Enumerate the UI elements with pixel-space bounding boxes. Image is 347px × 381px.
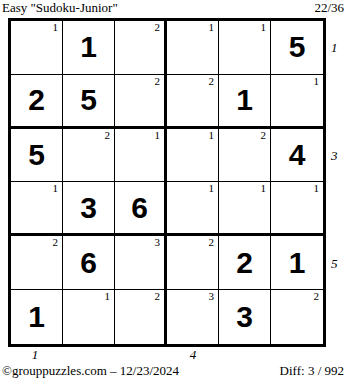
cell-value: 6 — [115, 182, 164, 233]
cell-r2c2[interactable]: 5 — [63, 75, 115, 129]
cell-r5c2[interactable]: 6 — [63, 236, 115, 290]
cell-r5c1[interactable]: 2 — [11, 236, 63, 290]
cell-value: 3 — [63, 182, 114, 233]
cell-r1c1[interactable]: 1 — [11, 21, 63, 75]
pencil-mark: 1 — [261, 182, 267, 194]
cell-value: 6 — [63, 236, 114, 289]
pencil-mark: 1 — [261, 21, 267, 33]
pencil-mark: 1 — [209, 129, 215, 141]
puzzle-counter: 22/36 — [314, 0, 344, 16]
pencil-mark: 3 — [209, 290, 215, 302]
cell-r3c2[interactable]: 2 — [63, 129, 115, 183]
cell-r6c5[interactable]: 3 — [219, 290, 271, 344]
cell-r5c6[interactable]: 1 — [271, 236, 323, 290]
pencil-mark: 2 — [209, 75, 215, 87]
difficulty-rating: Diff: 3 / 992 — [280, 363, 344, 379]
pencil-mark: 1 — [105, 290, 111, 302]
cell-r2c4[interactable]: 2 — [167, 75, 219, 129]
cell-r1c6[interactable]: 5 — [271, 21, 323, 75]
cell-value: 1 — [11, 290, 62, 344]
pencil-mark: 1 — [53, 182, 59, 194]
cell-r3c1[interactable]: 5 — [11, 129, 63, 183]
cell-r1c2[interactable]: 1 — [63, 21, 115, 75]
cell-value: 5 — [271, 21, 323, 74]
cell-r6c2[interactable]: 1 — [63, 290, 115, 344]
cell-r6c6[interactable]: 2 — [271, 290, 323, 344]
board: 112115252211521124136111263221112332 — [8, 18, 326, 347]
cell-value: 2 — [11, 75, 62, 126]
cell-r1c3[interactable]: 2 — [115, 21, 167, 75]
cell-value: 1 — [63, 21, 114, 74]
cell-r4c6[interactable]: 1 — [271, 182, 323, 236]
cell-r2c6[interactable]: 1 — [271, 75, 323, 129]
copyright-date: ©grouppuzzles.com – 12/23/2024 — [2, 363, 179, 379]
cell-r5c5[interactable]: 2 — [219, 236, 271, 290]
pencil-mark: 1 — [155, 129, 161, 141]
pencil-mark: 1 — [53, 21, 59, 33]
pencil-mark: 2 — [155, 290, 161, 302]
cell-value: 3 — [219, 290, 270, 344]
puzzle-title: Easy "Sudoku-Junior" — [2, 0, 118, 16]
pencil-mark: 2 — [314, 290, 320, 302]
cell-r3c5[interactable]: 2 — [219, 129, 271, 183]
cell-r6c3[interactable]: 2 — [115, 290, 167, 344]
cell-r3c6[interactable]: 4 — [271, 129, 323, 183]
cell-r2c1[interactable]: 2 — [11, 75, 63, 129]
pencil-mark: 2 — [105, 129, 111, 141]
cell-r4c3[interactable]: 6 — [115, 182, 167, 236]
row-label-3: 3 — [331, 148, 347, 162]
cell-r2c5[interactable]: 1 — [219, 75, 271, 129]
pencil-mark: 1 — [314, 182, 320, 194]
pencil-mark: 1 — [314, 75, 320, 87]
cell-value: 5 — [11, 129, 62, 182]
cell-value: 5 — [63, 75, 114, 126]
pencil-mark: 1 — [209, 182, 215, 194]
pencil-mark: 1 — [209, 21, 215, 33]
cell-r6c1[interactable]: 1 — [11, 290, 63, 344]
pencil-mark: 2 — [53, 236, 59, 248]
cell-r4c4[interactable]: 1 — [167, 182, 219, 236]
pencil-mark: 2 — [155, 21, 161, 33]
cell-r2c3[interactable]: 2 — [115, 75, 167, 129]
pencil-mark: 2 — [155, 75, 161, 87]
cell-r6c4[interactable]: 3 — [167, 290, 219, 344]
cell-r3c4[interactable]: 1 — [167, 129, 219, 183]
cell-value: 1 — [271, 236, 323, 289]
cell-value: 1 — [219, 75, 270, 126]
row-label-1: 1 — [331, 40, 347, 54]
cell-r4c2[interactable]: 3 — [63, 182, 115, 236]
cell-r1c4[interactable]: 1 — [167, 21, 219, 75]
pencil-mark: 2 — [261, 129, 267, 141]
cell-r3c3[interactable]: 1 — [115, 129, 167, 183]
cell-r1c5[interactable]: 1 — [219, 21, 271, 75]
cell-value: 4 — [271, 129, 323, 182]
pencil-mark: 2 — [209, 236, 215, 248]
cell-r5c4[interactable]: 2 — [167, 236, 219, 290]
cell-r4c5[interactable]: 1 — [219, 182, 271, 236]
cell-value: 2 — [219, 236, 270, 289]
cell-r4c1[interactable]: 1 — [11, 182, 63, 236]
row-label-5: 5 — [331, 256, 347, 270]
puzzle-page: Easy "Sudoku-Junior" 22/36 1121152522115… — [0, 0, 347, 381]
col-label-4: 4 — [183, 347, 203, 361]
cell-r5c3[interactable]: 3 — [115, 236, 167, 290]
pencil-mark: 3 — [155, 236, 161, 248]
col-label-1: 1 — [25, 347, 45, 361]
